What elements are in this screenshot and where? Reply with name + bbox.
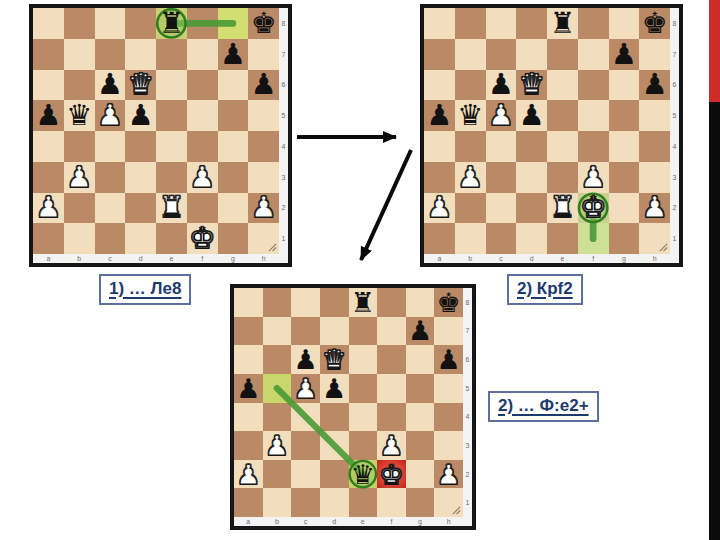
black-pawn: ♟ [486,70,517,101]
board-2-corner [670,254,679,263]
square-h2: ♟ [248,193,279,224]
square-f7 [578,39,609,70]
slide-accent-red-bar [709,0,720,102]
square-a2: ♟ [33,193,64,224]
black-queen: ♛ [349,460,378,489]
square-b3: ♟ [263,431,292,460]
square-g6 [218,70,249,101]
resize-handle-icon [659,243,668,252]
square-e4 [156,131,187,162]
board-3-file-coordinates: abcdefgh [234,517,463,526]
square-g6 [406,345,435,374]
square-g1 [218,223,249,254]
square-e8: ♜ [547,8,578,39]
square-g3 [609,162,640,193]
square-f3: ♟ [578,162,609,193]
square-c2 [95,193,126,224]
square-d7 [125,39,156,70]
square-b4 [455,131,486,162]
square-h5 [248,100,279,131]
board-1-rank-coordinates: 87654321 [279,8,288,254]
square-a8 [234,288,263,317]
chess-board-1: ♜♚♟♟♛♟♟♛♟♟♟♟♟♜♟♚ 87654321 abcdefgh [29,4,292,267]
square-c8 [486,8,517,39]
square-g3 [218,162,249,193]
black-pawn: ♟ [125,100,156,131]
square-e6 [349,345,378,374]
rank-label: 4 [670,131,679,162]
file-label: c [486,254,517,263]
square-g8 [609,8,640,39]
square-e5 [349,374,378,403]
square-g7: ♟ [406,317,435,346]
black-pawn: ♟ [516,100,547,131]
square-f4 [377,403,406,432]
black-queen: ♛ [64,100,95,131]
white-pawn: ♟ [263,431,292,460]
square-b5: ♛ [455,100,486,131]
rank-label: 5 [279,100,288,131]
resize-handle-icon [268,243,277,252]
square-d2 [516,193,547,224]
rank-label: 3 [463,431,472,460]
square-a5: ♟ [234,374,263,403]
board-1-corner [279,254,288,263]
square-c7 [95,39,126,70]
square-a6 [424,70,455,101]
square-e8: ♜ [156,8,187,39]
rank-label: 2 [463,460,472,489]
square-b6 [455,70,486,101]
file-label: c [291,517,320,526]
rank-label: 2 [279,193,288,224]
white-king: ♚ [578,193,609,224]
file-label: e [547,254,578,263]
square-d7 [516,39,547,70]
file-label: g [406,517,435,526]
square-f4 [578,131,609,162]
white-pawn: ♟ [291,374,320,403]
square-f3: ♟ [377,431,406,460]
square-c1 [291,488,320,517]
black-king: ♚ [248,8,279,39]
square-e5 [547,100,578,131]
square-c1 [95,223,126,254]
square-h2: ♟ [434,460,463,489]
square-c5: ♟ [486,100,517,131]
square-a1 [234,488,263,517]
square-d2 [125,193,156,224]
square-e7 [156,39,187,70]
file-label: a [234,517,263,526]
square-g5 [406,374,435,403]
square-c4 [95,131,126,162]
square-h3 [639,162,670,193]
square-h4 [434,403,463,432]
black-pawn: ♟ [424,100,455,131]
square-d7 [320,317,349,346]
square-g2 [218,193,249,224]
file-label: h [434,517,463,526]
file-label: d [516,254,547,263]
square-b8 [64,8,95,39]
square-c7 [486,39,517,70]
board-2-rank-coordinates: 87654321 [670,8,679,254]
square-b1 [263,488,292,517]
square-e3 [547,162,578,193]
board-1-squares: ♜♚♟♟♛♟♟♛♟♟♟♟♟♜♟♚ [33,8,279,254]
file-label: a [33,254,64,263]
black-pawn: ♟ [609,39,640,70]
square-b2 [64,193,95,224]
square-d2 [320,460,349,489]
square-a6 [234,345,263,374]
square-b5: ♛ [64,100,95,131]
white-queen: ♛ [125,70,156,101]
square-a3 [33,162,64,193]
square-d6: ♛ [516,70,547,101]
square-e4 [349,403,378,432]
move-label-1: 1) … Ле8 [99,274,191,305]
square-f2 [187,193,218,224]
rank-label: 1 [463,488,472,517]
black-pawn: ♟ [248,70,279,101]
square-f5 [377,374,406,403]
file-label: b [263,517,292,526]
square-h8: ♚ [248,8,279,39]
file-label: e [349,517,378,526]
black-pawn: ♟ [406,317,435,346]
file-label: c [95,254,126,263]
file-label: e [156,254,187,263]
black-rook: ♜ [547,8,578,39]
square-b6 [263,345,292,374]
board-3-corner [463,517,472,526]
square-a5: ♟ [424,100,455,131]
square-g4 [406,403,435,432]
square-e2: ♜ [156,193,187,224]
move-label-2: 2) Крf2 [507,274,583,305]
square-c6: ♟ [291,345,320,374]
square-d5: ♟ [125,100,156,131]
board-2-file-coordinates: abcdefgh [424,254,670,263]
white-queen: ♛ [320,345,349,374]
square-a4 [33,131,64,162]
square-d6: ♛ [320,345,349,374]
white-pawn: ♟ [377,431,406,460]
square-a1 [33,223,64,254]
square-f1 [377,488,406,517]
square-a6 [33,70,64,101]
black-pawn: ♟ [33,100,64,131]
square-f4 [187,131,218,162]
resize-handle-icon [452,506,461,515]
square-c1 [486,223,517,254]
move-label-1-text: 1) … Ле8 [109,279,181,298]
square-g5 [609,100,640,131]
black-king: ♚ [639,8,670,39]
square-h5 [434,374,463,403]
square-a7 [33,39,64,70]
rank-label: 8 [670,8,679,39]
transition-arrows [290,118,430,283]
rank-label: 7 [670,39,679,70]
square-b5 [263,374,292,403]
square-a8 [424,8,455,39]
square-d3 [516,162,547,193]
square-d1 [125,223,156,254]
square-d5: ♟ [516,100,547,131]
white-king: ♚ [377,460,406,489]
file-label: d [125,254,156,263]
board-3-rank-coordinates: 87654321 [463,288,472,517]
black-pawn: ♟ [639,70,670,101]
square-d8 [516,8,547,39]
square-b3: ♟ [64,162,95,193]
square-e1 [547,223,578,254]
file-label: g [218,254,249,263]
square-d1 [320,488,349,517]
board-3-squares: ♜♚♟♟♛♟♟♟♟♟♟♟♛♚♟ [234,288,463,517]
square-a4 [234,403,263,432]
square-d8 [125,8,156,39]
square-h6: ♟ [434,345,463,374]
rank-label: 3 [279,162,288,193]
square-f2: ♚ [578,193,609,224]
square-h6: ♟ [639,70,670,101]
square-h6: ♟ [248,70,279,101]
square-h2: ♟ [639,193,670,224]
square-a8 [33,8,64,39]
square-h4 [639,131,670,162]
black-queen: ♛ [455,100,486,131]
black-rook: ♜ [349,288,378,317]
chess-board-2: ♜♚♟♟♛♟♟♛♟♟♟♟♟♜♚♟ 87654321 abcdefgh [420,4,683,267]
file-label: b [455,254,486,263]
square-a2: ♟ [234,460,263,489]
square-g4 [218,131,249,162]
move-label-3-text: 2) … Ф:е2+ [498,396,589,415]
square-c3 [291,431,320,460]
rank-label: 4 [463,403,472,432]
file-label: f [377,517,406,526]
square-g8 [218,8,249,39]
white-rook: ♜ [156,193,187,224]
rank-label: 7 [279,39,288,70]
rank-label: 7 [463,317,472,346]
square-b8 [263,288,292,317]
white-pawn: ♟ [95,100,126,131]
square-c3 [486,162,517,193]
square-d1 [516,223,547,254]
square-b7 [455,39,486,70]
white-pawn: ♟ [639,193,670,224]
square-e1 [156,223,187,254]
square-a7 [234,317,263,346]
square-b2 [263,460,292,489]
square-a7 [424,39,455,70]
square-g5 [218,100,249,131]
square-e3 [156,162,187,193]
white-pawn: ♟ [486,100,517,131]
board-1-file-coordinates: abcdefgh [33,254,279,263]
square-g6 [609,70,640,101]
square-c8 [291,288,320,317]
square-c8 [95,8,126,39]
square-c3 [95,162,126,193]
move-label-2-text: 2) Крf2 [517,279,573,298]
file-label: h [639,254,670,263]
square-b1 [455,223,486,254]
black-pawn: ♟ [218,39,249,70]
square-e2: ♛ [349,460,378,489]
square-b4 [64,131,95,162]
square-d6: ♛ [125,70,156,101]
square-e7 [349,317,378,346]
square-b7 [64,39,95,70]
square-a3 [234,431,263,460]
square-f7 [187,39,218,70]
file-label: b [64,254,95,263]
board-2-squares: ♜♚♟♟♛♟♟♛♟♟♟♟♟♜♚♟ [424,8,670,254]
rank-label: 5 [463,374,472,403]
chess-board-3: ♜♚♟♟♛♟♟♟♟♟♟♟♛♚♟ 87654321 abcdefgh [230,284,476,530]
square-b7 [263,317,292,346]
square-g2 [406,460,435,489]
square-g2 [609,193,640,224]
square-c5: ♟ [95,100,126,131]
square-e4 [547,131,578,162]
rank-label: 6 [279,70,288,101]
square-c7 [291,317,320,346]
square-g7: ♟ [218,39,249,70]
white-pawn: ♟ [248,193,279,224]
square-e1 [349,488,378,517]
black-pawn: ♟ [434,345,463,374]
square-a5: ♟ [33,100,64,131]
square-e8: ♜ [349,288,378,317]
square-d8 [320,288,349,317]
black-rook: ♜ [156,8,187,39]
square-h3 [434,431,463,460]
square-c6: ♟ [486,70,517,101]
square-d3 [125,162,156,193]
file-label: f [578,254,609,263]
file-label: g [609,254,640,263]
white-pawn: ♟ [424,193,455,224]
square-f2: ♚ [377,460,406,489]
square-d4 [516,131,547,162]
square-c6: ♟ [95,70,126,101]
square-e7 [547,39,578,70]
square-e5 [156,100,187,131]
white-pawn: ♟ [64,162,95,193]
arrow-board2-to-board3-icon [361,150,411,260]
square-b8 [455,8,486,39]
black-pawn: ♟ [291,345,320,374]
move-label-3: 2) … Ф:е2+ [488,391,599,422]
square-c5: ♟ [291,374,320,403]
square-h8: ♚ [434,288,463,317]
square-h3 [248,162,279,193]
square-f6 [377,345,406,374]
square-f6 [187,70,218,101]
square-b4 [263,403,292,432]
black-pawn: ♟ [320,374,349,403]
square-e2: ♜ [547,193,578,224]
square-c4 [291,403,320,432]
file-label: h [248,254,279,263]
white-pawn: ♟ [455,162,486,193]
square-g8 [406,288,435,317]
square-f8 [578,8,609,39]
square-b2 [455,193,486,224]
rank-label: 8 [279,8,288,39]
square-d5: ♟ [320,374,349,403]
white-rook: ♜ [547,193,578,224]
square-h7 [639,39,670,70]
rank-label: 2 [670,193,679,224]
square-d4 [125,131,156,162]
white-pawn: ♟ [434,460,463,489]
rank-label: 6 [463,345,472,374]
rank-label: 6 [670,70,679,101]
black-king: ♚ [434,288,463,317]
white-pawn: ♟ [33,193,64,224]
square-c2 [291,460,320,489]
square-d3 [320,431,349,460]
square-h4 [248,131,279,162]
white-king: ♚ [187,223,218,254]
white-pawn: ♟ [578,162,609,193]
square-e6 [547,70,578,101]
square-h8: ♚ [639,8,670,39]
file-label: f [187,254,218,263]
square-g1 [406,488,435,517]
square-g7: ♟ [609,39,640,70]
white-pawn: ♟ [234,460,263,489]
square-a2: ♟ [424,193,455,224]
square-f1: ♚ [187,223,218,254]
square-f3: ♟ [187,162,218,193]
white-pawn: ♟ [187,162,218,193]
square-e3 [349,431,378,460]
rank-label: 1 [670,223,679,254]
square-f8 [187,8,218,39]
rank-label: 1 [279,223,288,254]
square-b3: ♟ [455,162,486,193]
white-queen: ♛ [516,70,547,101]
square-f5 [578,100,609,131]
rank-label: 8 [463,288,472,317]
square-g4 [609,131,640,162]
black-pawn: ♟ [95,70,126,101]
square-h5 [639,100,670,131]
slide-accent-black-bar [709,102,720,540]
rank-label: 3 [670,162,679,193]
file-label: d [320,517,349,526]
black-pawn: ♟ [234,374,263,403]
square-c2 [486,193,517,224]
square-g3 [406,431,435,460]
square-f7 [377,317,406,346]
square-g1 [609,223,640,254]
rank-label: 5 [670,100,679,131]
square-b6 [64,70,95,101]
rank-label: 4 [279,131,288,162]
square-f8 [377,288,406,317]
square-h7 [434,317,463,346]
